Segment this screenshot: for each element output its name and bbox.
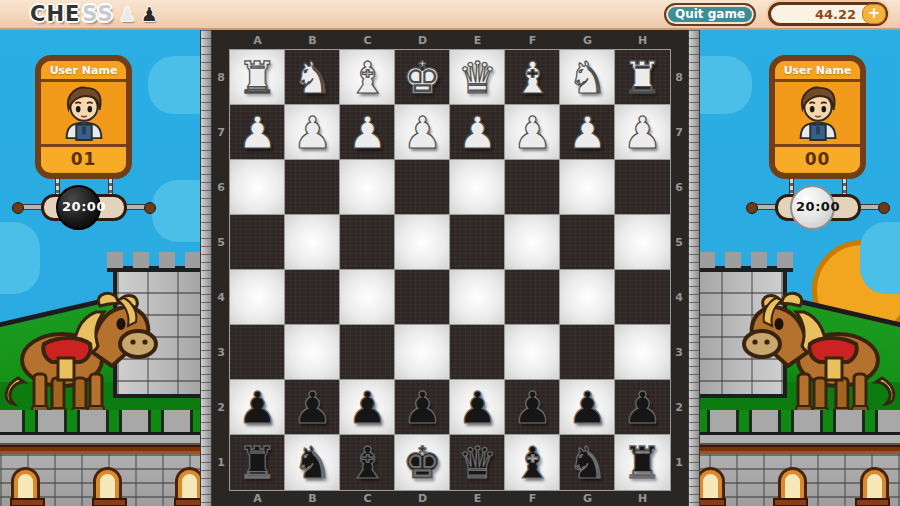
file-label-bottom-f: F — [505, 490, 560, 506]
add-funds-button[interactable]: + — [862, 4, 886, 24]
piece-black-pawn[interactable]: ♟ — [560, 380, 615, 435]
castle-window — [96, 470, 119, 502]
piece-white-queen[interactable]: ♛ — [450, 50, 505, 105]
square-f4[interactable] — [505, 270, 560, 325]
rank-label-left-8: 8 — [212, 50, 230, 105]
score-right: 00 — [775, 144, 860, 172]
balance-value: 44.22 — [815, 7, 856, 22]
square-c3[interactable] — [340, 325, 395, 380]
rank-label-left-7: 7 — [212, 105, 230, 160]
square-g5[interactable] — [560, 215, 615, 270]
castle-window — [700, 470, 722, 502]
piece-white-king[interactable]: ♚ — [395, 50, 450, 105]
board-grid: ABCDEFGH8♜♞♝♚♛♝♞♜87♟♟♟♟♟♟♟♟7665544332♟♟♟… — [212, 30, 688, 506]
file-label-top-g: G — [560, 30, 615, 50]
timer-left-text: 20:00 — [41, 199, 127, 214]
square-b4[interactable] — [285, 270, 340, 325]
piece-black-pawn[interactable]: ♟ — [505, 380, 560, 435]
avatar — [41, 82, 126, 144]
square-h6[interactable] — [615, 160, 670, 215]
castle-window — [781, 470, 804, 502]
piece-white-rook[interactable]: ♜ — [230, 50, 285, 105]
square-f2[interactable]: ♟ — [505, 380, 560, 435]
square-f8[interactable]: ♝ — [505, 50, 560, 105]
square-e3[interactable] — [450, 325, 505, 380]
brick-pillar-left — [200, 30, 212, 506]
square-c2[interactable]: ♟ — [340, 380, 395, 435]
square-e1[interactable]: ♛ — [450, 435, 505, 490]
square-g3[interactable] — [560, 325, 615, 380]
rank-label-left-5: 5 — [212, 215, 230, 270]
rank-label-left-4: 4 — [212, 270, 230, 325]
chess-game-screen: CHE SS ♟ ♟ Quit game 44.22 + User Name — [0, 0, 900, 506]
piece-white-knight[interactable]: ♞ — [285, 50, 340, 105]
square-f1[interactable]: ♝ — [505, 435, 560, 490]
horse-illustration — [0, 282, 158, 424]
file-label-bottom-b: B — [285, 490, 340, 506]
rank-label-right-2: 2 — [670, 380, 688, 435]
black-pawn-icon: ♟ — [141, 5, 158, 24]
piece-white-pawn[interactable]: ♟ — [230, 105, 285, 160]
square-a1[interactable]: ♜ — [230, 435, 285, 490]
avatar — [775, 82, 860, 144]
player-card-right: User Name 00 — [769, 55, 866, 179]
square-h8[interactable]: ♜ — [615, 50, 670, 105]
piece-black-pawn[interactable]: ♟ — [230, 380, 285, 435]
brick-pillar-right — [688, 30, 700, 506]
square-c6[interactable] — [340, 160, 395, 215]
square-b5[interactable] — [285, 215, 340, 270]
file-label-bottom-e: E — [450, 490, 505, 506]
file-label-bottom-g: G — [560, 490, 615, 506]
file-label-bottom-c: C — [340, 490, 395, 506]
square-d3[interactable] — [395, 325, 450, 380]
player-card-left: User Name 01 — [35, 55, 132, 179]
piece-white-pawn[interactable]: ♟ — [450, 105, 505, 160]
square-d5[interactable] — [395, 215, 450, 270]
square-c5[interactable] — [340, 215, 395, 270]
timer-right-text: 20:00 — [775, 199, 861, 214]
piece-white-bishop[interactable]: ♝ — [340, 50, 395, 105]
square-e2[interactable]: ♟ — [450, 380, 505, 435]
balance-display: 44.22 + — [768, 2, 888, 26]
square-f6[interactable] — [505, 160, 560, 215]
castle-wall — [700, 410, 900, 506]
quit-game-button[interactable]: Quit game — [664, 3, 756, 26]
rank-label-right-7: 7 — [670, 105, 688, 160]
square-c1[interactable]: ♝ — [340, 435, 395, 490]
square-h1[interactable]: ♜ — [615, 435, 670, 490]
square-a4[interactable] — [230, 270, 285, 325]
square-g8[interactable]: ♞ — [560, 50, 615, 105]
corner — [212, 490, 230, 506]
castle-window — [14, 470, 37, 502]
white-pawn-icon: ♟ — [119, 5, 136, 24]
square-d8[interactable]: ♚ — [395, 50, 450, 105]
square-e7[interactable]: ♟ — [450, 105, 505, 160]
corner — [212, 30, 230, 50]
file-label-bottom-h: H — [615, 490, 670, 506]
cloud — [152, 180, 200, 242]
piece-black-bishop[interactable]: ♝ — [340, 435, 395, 490]
rank-label-left-6: 6 — [212, 160, 230, 215]
square-g7[interactable]: ♟ — [560, 105, 615, 160]
logo-text-dark: CHE — [30, 2, 80, 26]
piece-black-pawn[interactable]: ♟ — [450, 380, 505, 435]
piece-black-rook[interactable]: ♜ — [230, 435, 285, 490]
piece-black-knight[interactable]: ♞ — [560, 435, 615, 490]
square-f3[interactable] — [505, 325, 560, 380]
square-d6[interactable] — [395, 160, 450, 215]
rank-label-left-1: 1 — [212, 435, 230, 490]
square-b1[interactable]: ♞ — [285, 435, 340, 490]
square-a7[interactable]: ♟ — [230, 105, 285, 160]
square-a5[interactable] — [230, 215, 285, 270]
square-g4[interactable] — [560, 270, 615, 325]
file-label-top-f: F — [505, 30, 560, 50]
square-g6[interactable] — [560, 160, 615, 215]
piece-black-knight[interactable]: ♞ — [285, 435, 340, 490]
rank-label-left-2: 2 — [212, 380, 230, 435]
rank-label-right-6: 6 — [670, 160, 688, 215]
chess-board-assembly: ABCDEFGH8♜♞♝♚♛♝♞♜87♟♟♟♟♟♟♟♟7665544332♟♟♟… — [200, 30, 700, 506]
piece-white-pawn[interactable]: ♟ — [285, 105, 340, 160]
piece-black-pawn[interactable]: ♟ — [285, 380, 340, 435]
square-c4[interactable] — [340, 270, 395, 325]
castle-window — [178, 470, 200, 502]
square-g2[interactable]: ♟ — [560, 380, 615, 435]
top-bar: CHE SS ♟ ♟ Quit game 44.22 + — [0, 0, 900, 30]
square-g1[interactable]: ♞ — [560, 435, 615, 490]
square-c8[interactable]: ♝ — [340, 50, 395, 105]
piece-black-bishop[interactable]: ♝ — [505, 435, 560, 490]
castle-window — [863, 470, 886, 502]
piece-white-pawn[interactable]: ♟ — [505, 105, 560, 160]
square-b8[interactable]: ♞ — [285, 50, 340, 105]
square-b3[interactable] — [285, 325, 340, 380]
file-label-top-b: B — [285, 30, 340, 50]
square-e6[interactable] — [450, 160, 505, 215]
piece-white-pawn[interactable]: ♟ — [395, 105, 450, 160]
rank-label-right-3: 3 — [670, 325, 688, 380]
player-name: User Name — [775, 61, 860, 82]
square-d1[interactable]: ♚ — [395, 435, 450, 490]
square-h4[interactable] — [615, 270, 670, 325]
piece-black-pawn[interactable]: ♟ — [395, 380, 450, 435]
castle-wall — [0, 410, 200, 506]
file-label-top-e: E — [450, 30, 505, 50]
rank-label-left-3: 3 — [212, 325, 230, 380]
piece-white-pawn[interactable]: ♟ — [615, 105, 670, 160]
square-a2[interactable]: ♟ — [230, 380, 285, 435]
rank-label-right-1: 1 — [670, 435, 688, 490]
file-label-top-h: H — [615, 30, 670, 50]
square-h5[interactable] — [615, 215, 670, 270]
piece-black-pawn[interactable]: ♟ — [615, 380, 670, 435]
square-b6[interactable] — [285, 160, 340, 215]
square-a6[interactable] — [230, 160, 285, 215]
square-d7[interactable]: ♟ — [395, 105, 450, 160]
file-label-top-d: D — [395, 30, 450, 50]
file-label-bottom-d: D — [395, 490, 450, 506]
square-d4[interactable] — [395, 270, 450, 325]
chess-logo: CHE SS ♟ ♟ — [30, 2, 158, 26]
file-label-top-a: A — [230, 30, 285, 50]
square-e5[interactable] — [450, 215, 505, 270]
corner — [670, 30, 688, 50]
square-b2[interactable]: ♟ — [285, 380, 340, 435]
square-f7[interactable]: ♟ — [505, 105, 560, 160]
square-a8[interactable]: ♜ — [230, 50, 285, 105]
piece-black-rook[interactable]: ♜ — [615, 435, 670, 490]
file-label-top-c: C — [340, 30, 395, 50]
square-a3[interactable] — [230, 325, 285, 380]
cloud — [148, 56, 200, 114]
rank-label-right-4: 4 — [670, 270, 688, 325]
square-c7[interactable]: ♟ — [340, 105, 395, 160]
cloud — [700, 56, 752, 114]
piece-white-pawn[interactable]: ♟ — [560, 105, 615, 160]
logo-text-light: SS — [82, 2, 113, 26]
square-h7[interactable]: ♟ — [615, 105, 670, 160]
piece-white-pawn[interactable]: ♟ — [340, 105, 395, 160]
square-b7[interactable]: ♟ — [285, 105, 340, 160]
piece-black-pawn[interactable]: ♟ — [340, 380, 395, 435]
piece-white-knight[interactable]: ♞ — [560, 50, 615, 105]
piece-white-bishop[interactable]: ♝ — [505, 50, 560, 105]
piece-white-rook[interactable]: ♜ — [615, 50, 670, 105]
square-h2[interactable]: ♟ — [615, 380, 670, 435]
rank-label-right-8: 8 — [670, 50, 688, 105]
square-e4[interactable] — [450, 270, 505, 325]
horse-illustration — [742, 282, 900, 424]
score-left: 01 — [41, 144, 126, 172]
file-label-bottom-a: A — [230, 490, 285, 506]
square-d2[interactable]: ♟ — [395, 380, 450, 435]
square-h3[interactable] — [615, 325, 670, 380]
corner — [670, 490, 688, 506]
piece-black-queen[interactable]: ♛ — [450, 435, 505, 490]
square-f5[interactable] — [505, 215, 560, 270]
square-e8[interactable]: ♛ — [450, 50, 505, 105]
rank-label-right-5: 5 — [670, 215, 688, 270]
player-name: User Name — [41, 61, 126, 82]
piece-black-king[interactable]: ♚ — [395, 435, 450, 490]
